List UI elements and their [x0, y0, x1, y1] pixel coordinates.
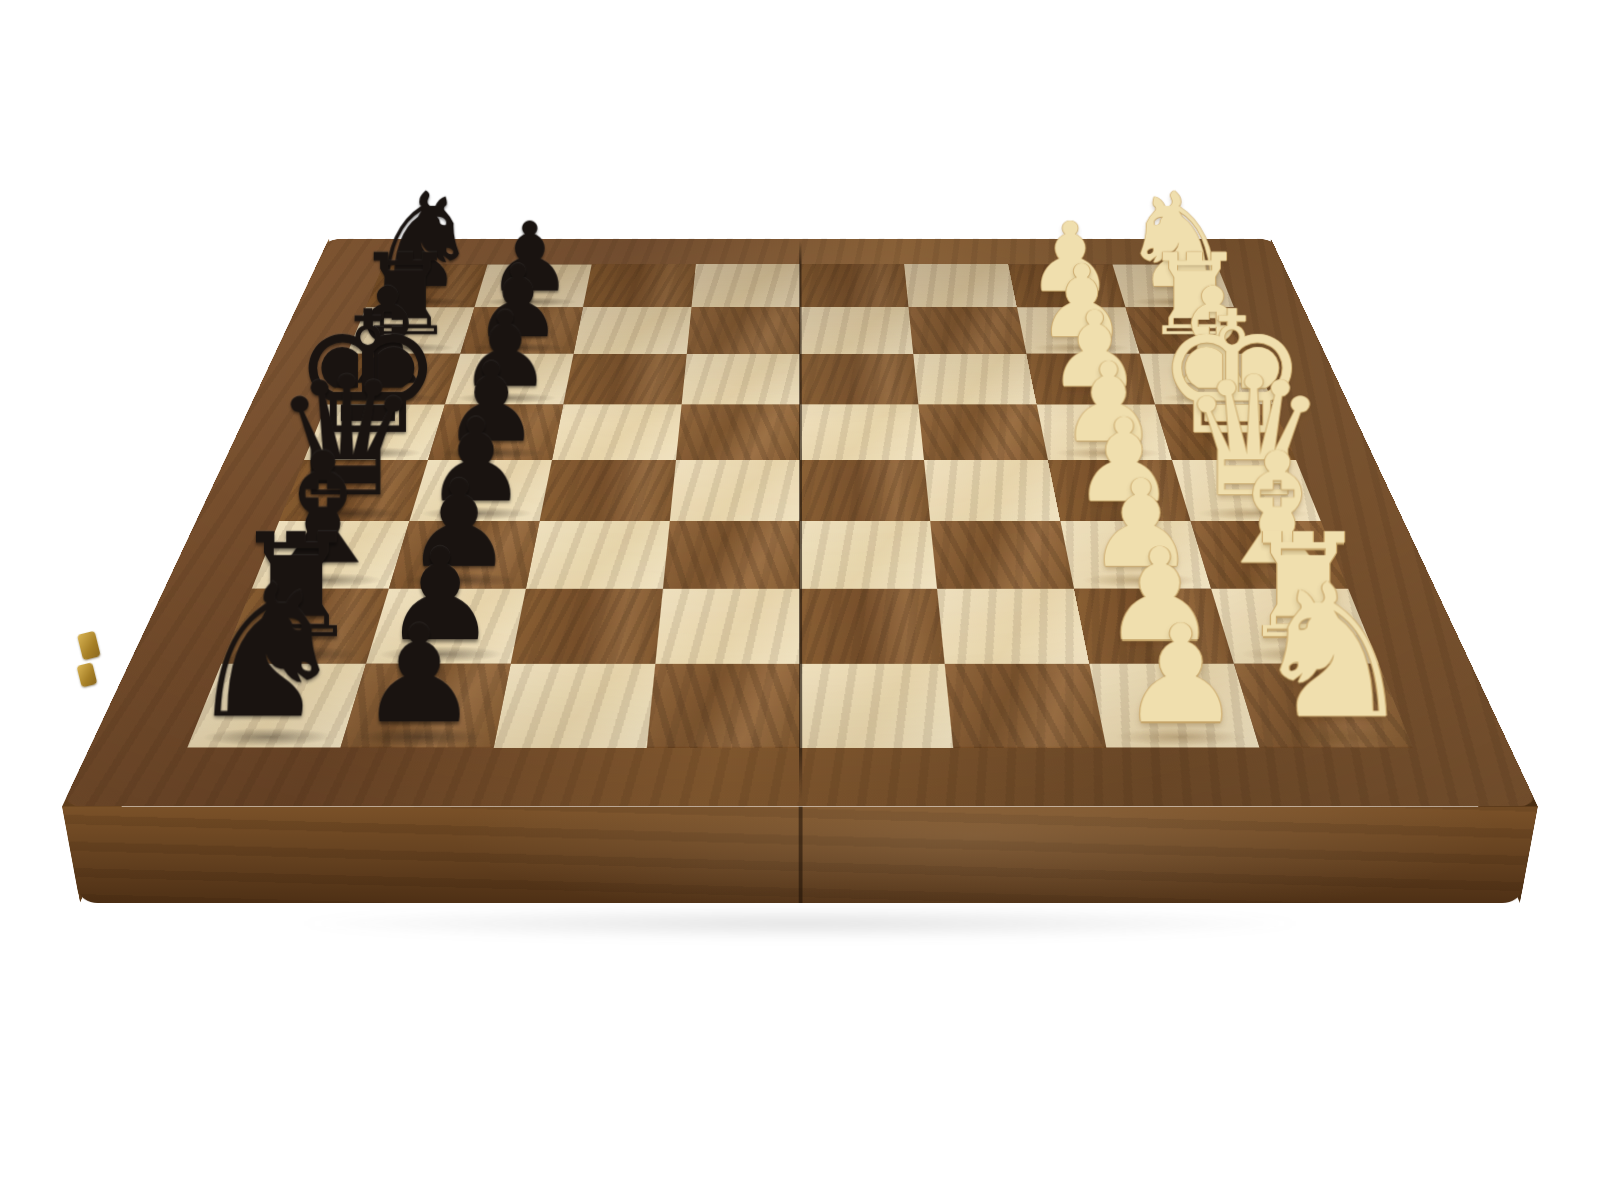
square-g5 — [687, 307, 800, 354]
square-b4 — [800, 589, 945, 664]
square-g3 — [909, 307, 1027, 354]
black-pawn: ♟ — [359, 611, 480, 739]
square-e3 — [918, 404, 1048, 460]
square-h6 — [583, 264, 696, 307]
square-d5 — [670, 460, 800, 521]
square-a1: ♞ — [1234, 664, 1413, 748]
floor-shadow — [90, 905, 1510, 951]
square-a3 — [945, 664, 1107, 748]
square-a5 — [647, 664, 800, 748]
square-g4 — [800, 307, 913, 354]
square-h4 — [800, 264, 909, 307]
square-d4 — [800, 460, 930, 521]
square-h5 — [691, 264, 800, 307]
brass-latch — [69, 629, 117, 695]
square-a8: ♞ — [187, 664, 366, 748]
square-c4 — [800, 521, 937, 589]
square-c6 — [526, 521, 670, 589]
square-e4 — [800, 404, 924, 460]
square-a2: ♟ — [1089, 664, 1259, 748]
square-a6 — [494, 664, 656, 748]
square-c3 — [930, 521, 1074, 589]
white-knight: ♞ — [1250, 564, 1415, 739]
square-b5 — [655, 589, 800, 664]
square-a4 — [800, 664, 953, 748]
square-d6 — [540, 460, 676, 521]
square-f4 — [800, 354, 918, 405]
chess-board: ♞♟♟♞♜♟♟♜♝♟♟♝♚♟♟♚♛♟♟♛♝♟♟♝♜♟♟♜♞♟♟♞ — [62, 239, 1538, 807]
chess-set-photo: ♞♟♟♞♜♟♟♜♝♟♟♝♚♟♟♚♛♟♟♛♝♟♟♝♜♟♟♜♞♟♟♞ — [0, 0, 1600, 1200]
square-e6 — [552, 404, 682, 460]
latch-knob-icon — [77, 662, 98, 687]
black-knight: ♞ — [184, 564, 349, 739]
square-b3 — [937, 589, 1089, 664]
latch-knob-icon — [77, 631, 101, 661]
white-pawn: ♟ — [1120, 611, 1241, 739]
square-d3 — [924, 460, 1060, 521]
square-c5 — [663, 521, 800, 589]
square-f6 — [563, 354, 687, 405]
square-f5 — [682, 354, 800, 405]
square-g6 — [574, 307, 692, 354]
square-f3 — [913, 354, 1037, 405]
square-h3 — [904, 264, 1017, 307]
square-b6 — [511, 589, 663, 664]
square-a7: ♟ — [341, 664, 511, 748]
board-front-face — [62, 806, 1538, 903]
square-e5 — [676, 404, 800, 460]
